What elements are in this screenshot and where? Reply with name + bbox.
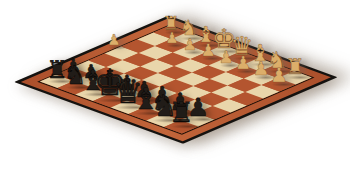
piece-white-pawn-d2[interactable]: ♟	[218, 49, 233, 66]
piece-white-pawn-a2[interactable]: ♟	[270, 65, 288, 85]
piece-white-pawn-e2[interactable]: ♟	[200, 42, 215, 59]
piece-white-pawn-g2[interactable]: ♟	[165, 31, 178, 46]
piece-white-pawn-f2[interactable]: ♟	[183, 37, 197, 53]
piece-white-pawn-h4[interactable]: ♟	[107, 33, 120, 48]
product-photo-scene: ♜♞♝♟♟♚♟♛♟♝♟♞♟♟♜♟♟♜♟♟♞♟♝♟♚♟♛♟♝♟♞♜	[0, 0, 350, 175]
piece-white-pawn-b2[interactable]: ♟	[252, 59, 269, 78]
piece-black-rook-a8[interactable]: ♜	[168, 99, 193, 127]
piece-white-rook-a1[interactable]: ♜	[285, 56, 305, 78]
piece-white-pawn-c2[interactable]: ♟	[235, 54, 251, 72]
